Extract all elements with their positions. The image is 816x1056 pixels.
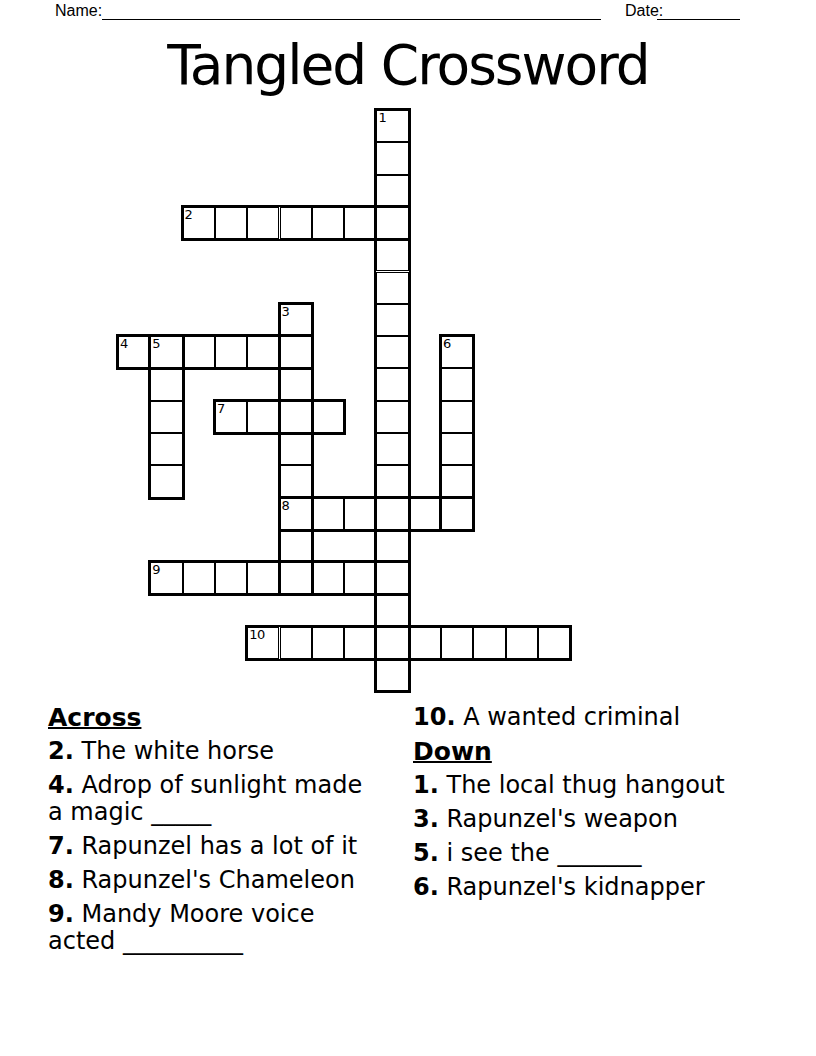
clue-across-7: 7. Rapunzel has a lot of it [48,833,378,860]
cell-r3c6[interactable] [312,207,344,239]
cell-r3c8[interactable] [376,207,408,239]
cell-r14c4[interactable] [247,562,279,594]
cell-r3c7[interactable] [344,207,376,239]
cell-r8c10[interactable] [441,368,473,400]
clue-number: 7. [48,832,74,860]
cell-r16c8[interactable] [376,627,408,659]
cell-r7c5[interactable] [280,336,312,368]
cell-r8c8[interactable] [376,368,408,400]
cell-r2c8[interactable] [376,175,408,207]
cell-r16c9[interactable] [409,627,441,659]
clue-text: Mandy Moore voice acted __________ [48,900,314,955]
cell-r7c3[interactable] [215,336,247,368]
cell-r5c8[interactable] [376,272,408,304]
clue-down-3: 3. Rapunzel's weapon [413,806,765,833]
cell-number-9: 9 [150,563,160,576]
clue-text: A wanted criminal [463,703,680,731]
cell-r16c12[interactable] [506,627,538,659]
cell-number-2: 2 [183,208,193,221]
clue-text: Adrop of sunlight made a magic _____ [48,771,362,826]
clue-number: 10. [413,703,456,731]
cell-number-3: 3 [280,305,290,318]
cell-r16c13[interactable] [538,627,570,659]
cell-number-8: 8 [280,499,290,512]
cell-r12c6[interactable] [312,498,344,530]
clue-text: i see the _______ [446,839,641,867]
cell-r11c10[interactable] [441,465,473,497]
cell-number-7: 7 [215,402,225,415]
clue-text: Rapunzel has a lot of it [81,832,357,860]
cell-r8c1[interactable] [150,368,182,400]
cell-r14c2[interactable] [183,562,215,594]
down-heading: Down [413,738,765,765]
cell-r10c1[interactable] [150,433,182,465]
cell-r9c10[interactable] [441,401,473,433]
page-title: Tangled Crossword [0,33,816,97]
cell-r3c4[interactable] [247,207,279,239]
cell-r17c8[interactable] [376,659,408,691]
cell-number-10: 10 [247,628,265,641]
cell-r16c11[interactable] [473,627,505,659]
cell-r14c7[interactable] [344,562,376,594]
cell-r14c3[interactable] [215,562,247,594]
cell-r9c6[interactable] [312,401,344,433]
cell-r11c8[interactable] [376,465,408,497]
clue-number: 8. [48,866,74,894]
clue-across-4: 4. Adrop of sunlight made a magic _____ [48,772,378,826]
clue-across-9: 9. Mandy Moore voice acted __________ [48,901,378,955]
cell-r7c4[interactable] [247,336,279,368]
cell-r10c5[interactable] [280,433,312,465]
cell-r16c7[interactable] [344,627,376,659]
cell-r9c4[interactable] [247,401,279,433]
cell-r12c9[interactable] [409,498,441,530]
cell-r9c5[interactable] [280,401,312,433]
clue-text: The white horse [81,737,274,765]
cell-number-6: 6 [441,337,451,350]
cell-r3c3[interactable] [215,207,247,239]
clue-number: 3. [413,805,439,833]
cell-r11c5[interactable] [280,465,312,497]
cell-number-4: 4 [118,337,128,350]
cell-r10c8[interactable] [376,433,408,465]
clue-number: 9. [48,900,74,928]
crossword-grid: 12345678910 [118,110,570,691]
clue-across-2: 2. The white horse [48,738,378,765]
cell-r14c8[interactable] [376,562,408,594]
cell-r9c8[interactable] [376,401,408,433]
cell-r15c8[interactable] [376,595,408,627]
date-blank-line[interactable] [657,2,740,20]
cell-number-5: 5 [150,337,160,350]
name-label: Name: [55,1,102,20]
clues-column-right: 10. A wanted criminal Down 1. The local … [413,704,765,908]
cell-r6c8[interactable] [376,304,408,336]
cell-r8c5[interactable] [280,368,312,400]
clue-number: 1. [413,771,439,799]
cell-r13c8[interactable] [376,530,408,562]
clue-text: Rapunzel's Chameleon [81,866,354,894]
cell-r4c8[interactable] [376,239,408,271]
clue-number: 5. [413,839,439,867]
cell-r12c10[interactable] [441,498,473,530]
clue-number: 6. [413,873,439,901]
clue-down-6: 6. Rapunzel's kidnapper [413,874,765,901]
cell-r11c1[interactable] [150,465,182,497]
name-blank-line[interactable] [102,2,601,20]
clue-down-1: 1. The local thug hangout [413,772,765,799]
cell-r12c8[interactable] [376,498,408,530]
cell-r10c10[interactable] [441,433,473,465]
cell-r7c2[interactable] [183,336,215,368]
cell-r7c8[interactable] [376,336,408,368]
cell-r3c5[interactable] [280,207,312,239]
clue-across-8: 8. Rapunzel's Chameleon [48,867,378,894]
cell-r16c5[interactable] [280,627,312,659]
cell-r14c6[interactable] [312,562,344,594]
cell-r12c7[interactable] [344,498,376,530]
cell-r16c10[interactable] [441,627,473,659]
clue-down-5: 5. i see the _______ [413,840,765,867]
cell-r14c5[interactable] [280,562,312,594]
clue-text: Rapunzel's weapon [446,805,678,833]
cell-r13c5[interactable] [280,530,312,562]
cell-r16c6[interactable] [312,627,344,659]
cell-number-1: 1 [376,111,386,124]
clue-number: 2. [48,737,74,765]
cell-r1c8[interactable] [376,142,408,174]
clue-number: 4. [48,771,74,799]
clue-text: Rapunzel's kidnapper [446,873,704,901]
clue-text: The local thug hangout [446,771,724,799]
clues-column-left: Across 2. The white horse 4. Adrop of su… [48,704,378,962]
cell-r9c1[interactable] [150,401,182,433]
clue-across-10: 10. A wanted criminal [413,704,765,731]
across-heading: Across [48,704,378,731]
